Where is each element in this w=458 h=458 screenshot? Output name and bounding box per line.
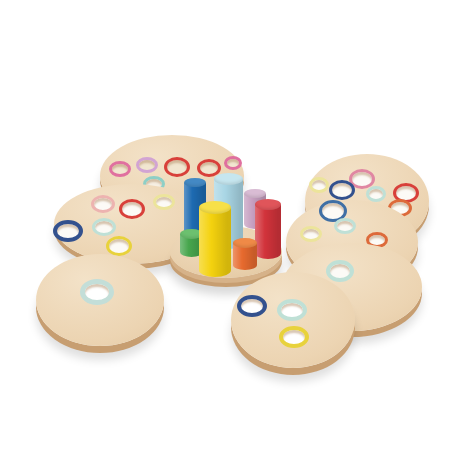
peg-top-orange: [233, 238, 257, 248]
ring-hole-mint: [92, 218, 116, 236]
ring-hole-mint: [334, 218, 356, 234]
wooden-disc-bottom-left-front[interactable]: [36, 254, 164, 346]
ring-hole-pink: [109, 161, 131, 177]
product-photo-stage: [0, 0, 458, 458]
peg-top-light-blue: [214, 173, 243, 185]
ring-hole-mint: [80, 279, 114, 305]
peg-top-red: [255, 199, 281, 210]
ring-hole-yellow: [106, 236, 132, 256]
ring-hole-red: [119, 199, 145, 219]
ring-hole-mint: [277, 299, 307, 321]
ring-hole-pale-yellow: [300, 226, 322, 242]
ring-hole-lilac: [136, 157, 158, 173]
peg-top-yellow: [199, 201, 231, 214]
ring-hole-navy: [53, 220, 83, 242]
peg-cylinder-yellow[interactable]: [199, 208, 231, 277]
ring-hole-pale-pink: [91, 195, 115, 213]
ring-hole-navy: [237, 295, 267, 317]
ring-hole-yellow: [279, 326, 309, 348]
ring-hole-mint: [326, 260, 354, 282]
ring-hole-pale-yellow: [309, 177, 329, 193]
ring-hole-pale-yellow: [153, 194, 175, 210]
peg-cylinder-red[interactable]: [255, 205, 281, 259]
wooden-disc-bottom-right-front[interactable]: [231, 272, 355, 368]
ring-hole-mint: [366, 186, 386, 202]
ring-hole-pink: [224, 156, 242, 170]
peg-top-pink: [244, 189, 266, 198]
peg-top-blue: [184, 178, 206, 187]
ring-hole-navy: [329, 180, 355, 200]
ring-hole-red: [164, 157, 190, 177]
